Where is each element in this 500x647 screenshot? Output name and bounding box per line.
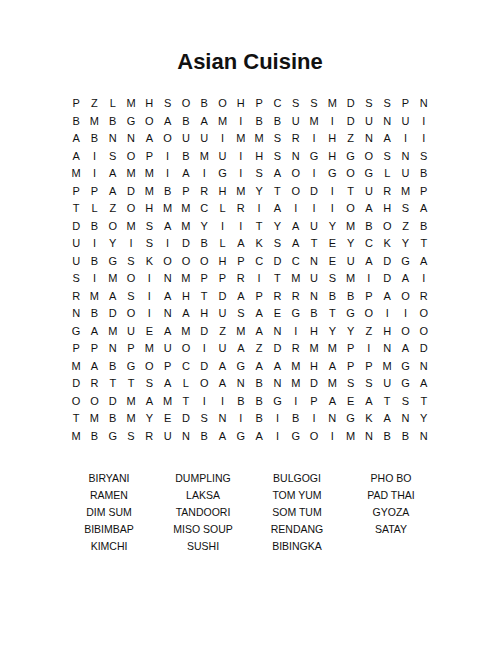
- grid-cell[interactable]: A: [323, 393, 341, 411]
- grid-cell[interactable]: G: [232, 428, 250, 446]
- grid-cell[interactable]: I: [396, 130, 414, 148]
- grid-cell[interactable]: E: [158, 410, 176, 428]
- grid-cell[interactable]: M: [213, 113, 231, 131]
- grid-cell[interactable]: O: [104, 218, 122, 236]
- grid-cell[interactable]: I: [158, 165, 176, 183]
- grid-cell[interactable]: A: [213, 358, 231, 376]
- grid-cell[interactable]: M: [177, 200, 195, 218]
- grid-cell[interactable]: H: [323, 130, 341, 148]
- grid-cell[interactable]: T: [250, 218, 268, 236]
- grid-cell[interactable]: L: [85, 200, 103, 218]
- grid-cell[interactable]: H: [195, 305, 213, 323]
- grid-cell[interactable]: O: [396, 288, 414, 306]
- grid-cell[interactable]: I: [287, 200, 305, 218]
- grid-cell[interactable]: H: [305, 358, 323, 376]
- grid-cell[interactable]: O: [122, 305, 140, 323]
- grid-cell[interactable]: I: [287, 323, 305, 341]
- grid-cell[interactable]: K: [250, 235, 268, 253]
- grid-cell[interactable]: B: [85, 253, 103, 271]
- grid-cell[interactable]: I: [140, 305, 158, 323]
- grid-cell[interactable]: B: [415, 218, 433, 236]
- grid-cell[interactable]: B: [250, 393, 268, 411]
- grid-cell[interactable]: M: [122, 218, 140, 236]
- grid-cell[interactable]: G: [341, 148, 359, 166]
- grid-cell[interactable]: U: [213, 148, 231, 166]
- grid-cell[interactable]: T: [195, 288, 213, 306]
- grid-cell[interactable]: H: [213, 183, 231, 201]
- grid-cell[interactable]: A: [250, 358, 268, 376]
- grid-cell[interactable]: N: [67, 305, 85, 323]
- grid-cell[interactable]: H: [378, 200, 396, 218]
- grid-cell[interactable]: M: [177, 270, 195, 288]
- grid-cell[interactable]: N: [378, 113, 396, 131]
- grid-cell[interactable]: O: [396, 323, 414, 341]
- grid-cell[interactable]: N: [305, 253, 323, 271]
- grid-cell[interactable]: T: [67, 200, 85, 218]
- grid-cell[interactable]: I: [158, 148, 176, 166]
- grid-cell[interactable]: S: [140, 218, 158, 236]
- grid-cell[interactable]: A: [158, 323, 176, 341]
- grid-cell[interactable]: S: [378, 148, 396, 166]
- grid-cell[interactable]: D: [305, 183, 323, 201]
- grid-cell[interactable]: U: [341, 253, 359, 271]
- grid-cell[interactable]: G: [213, 165, 231, 183]
- grid-cell[interactable]: D: [195, 358, 213, 376]
- grid-cell[interactable]: M: [158, 393, 176, 411]
- grid-cell[interactable]: T: [67, 410, 85, 428]
- grid-cell[interactable]: I: [323, 428, 341, 446]
- grid-cell[interactable]: N: [213, 410, 231, 428]
- grid-cell[interactable]: G: [122, 113, 140, 131]
- grid-cell[interactable]: G: [323, 165, 341, 183]
- grid-cell[interactable]: O: [122, 200, 140, 218]
- grid-cell[interactable]: P: [360, 358, 378, 376]
- grid-cell[interactable]: B: [195, 235, 213, 253]
- grid-cell[interactable]: A: [378, 130, 396, 148]
- grid-cell[interactable]: M: [287, 270, 305, 288]
- grid-cell[interactable]: Y: [195, 218, 213, 236]
- grid-cell[interactable]: K: [140, 253, 158, 271]
- grid-cell[interactable]: H: [177, 288, 195, 306]
- grid-cell[interactable]: P: [341, 340, 359, 358]
- grid-cell[interactable]: N: [104, 340, 122, 358]
- grid-cell[interactable]: Z: [85, 95, 103, 113]
- grid-cell[interactable]: M: [140, 340, 158, 358]
- grid-cell[interactable]: O: [158, 130, 176, 148]
- grid-cell[interactable]: M: [140, 183, 158, 201]
- grid-cell[interactable]: A: [250, 428, 268, 446]
- grid-cell[interactable]: H: [378, 323, 396, 341]
- grid-cell[interactable]: S: [341, 375, 359, 393]
- grid-cell[interactable]: H: [232, 95, 250, 113]
- grid-cell[interactable]: N: [122, 130, 140, 148]
- grid-cell[interactable]: Z: [341, 130, 359, 148]
- grid-cell[interactable]: A: [158, 288, 176, 306]
- grid-cell[interactable]: R: [415, 288, 433, 306]
- grid-cell[interactable]: P: [177, 183, 195, 201]
- grid-cell[interactable]: A: [268, 165, 286, 183]
- grid-cell[interactable]: A: [213, 375, 231, 393]
- grid-cell[interactable]: A: [158, 113, 176, 131]
- grid-cell[interactable]: M: [396, 183, 414, 201]
- grid-cell[interactable]: D: [268, 340, 286, 358]
- grid-cell[interactable]: B: [67, 113, 85, 131]
- grid-cell[interactable]: A: [232, 288, 250, 306]
- grid-cell[interactable]: D: [341, 95, 359, 113]
- grid-cell[interactable]: O: [177, 340, 195, 358]
- grid-cell[interactable]: N: [104, 130, 122, 148]
- grid-cell[interactable]: B: [250, 375, 268, 393]
- grid-cell[interactable]: S: [323, 270, 341, 288]
- grid-cell[interactable]: M: [232, 130, 250, 148]
- grid-cell[interactable]: S: [396, 200, 414, 218]
- grid-cell[interactable]: A: [104, 288, 122, 306]
- grid-cell[interactable]: B: [305, 305, 323, 323]
- grid-cell[interactable]: N: [360, 428, 378, 446]
- grid-cell[interactable]: L: [213, 200, 231, 218]
- grid-cell[interactable]: A: [287, 235, 305, 253]
- grid-cell[interactable]: I: [140, 288, 158, 306]
- grid-cell[interactable]: S: [232, 305, 250, 323]
- grid-cell[interactable]: B: [378, 428, 396, 446]
- grid-cell[interactable]: I: [250, 270, 268, 288]
- grid-cell[interactable]: N: [268, 323, 286, 341]
- grid-cell[interactable]: T: [415, 393, 433, 411]
- grid-cell[interactable]: U: [67, 253, 85, 271]
- grid-cell[interactable]: B: [85, 305, 103, 323]
- grid-cell[interactable]: O: [195, 375, 213, 393]
- grid-cell[interactable]: I: [195, 340, 213, 358]
- grid-cell[interactable]: M: [177, 323, 195, 341]
- grid-cell[interactable]: S: [305, 95, 323, 113]
- grid-cell[interactable]: P: [213, 270, 231, 288]
- grid-cell[interactable]: B: [360, 218, 378, 236]
- grid-cell[interactable]: K: [360, 410, 378, 428]
- grid-cell[interactable]: U: [177, 130, 195, 148]
- grid-cell[interactable]: B: [268, 113, 286, 131]
- grid-cell[interactable]: N: [396, 410, 414, 428]
- grid-cell[interactable]: I: [85, 148, 103, 166]
- grid-cell[interactable]: N: [415, 428, 433, 446]
- grid-cell[interactable]: B: [177, 113, 195, 131]
- grid-cell[interactable]: T: [378, 393, 396, 411]
- grid-cell[interactable]: T: [268, 270, 286, 288]
- grid-cell[interactable]: M: [67, 165, 85, 183]
- grid-cell[interactable]: Y: [396, 235, 414, 253]
- grid-cell[interactable]: B: [104, 113, 122, 131]
- grid-cell[interactable]: P: [158, 358, 176, 376]
- grid-cell[interactable]: P: [250, 95, 268, 113]
- grid-cell[interactable]: M: [250, 130, 268, 148]
- grid-cell[interactable]: O: [378, 218, 396, 236]
- grid-cell[interactable]: C: [268, 95, 286, 113]
- grid-cell[interactable]: T: [122, 375, 140, 393]
- grid-cell[interactable]: O: [213, 95, 231, 113]
- grid-cell[interactable]: Y: [341, 323, 359, 341]
- grid-cell[interactable]: I: [323, 113, 341, 131]
- grid-cell[interactable]: Y: [323, 323, 341, 341]
- grid-cell[interactable]: M: [287, 375, 305, 393]
- grid-cell[interactable]: M: [122, 95, 140, 113]
- grid-cell[interactable]: M: [323, 95, 341, 113]
- grid-cell[interactable]: G: [396, 253, 414, 271]
- grid-cell[interactable]: I: [85, 235, 103, 253]
- grid-cell[interactable]: S: [158, 95, 176, 113]
- grid-cell[interactable]: L: [378, 165, 396, 183]
- grid-cell[interactable]: S: [268, 130, 286, 148]
- grid-cell[interactable]: I: [213, 393, 231, 411]
- grid-cell[interactable]: O: [360, 148, 378, 166]
- grid-cell[interactable]: M: [85, 113, 103, 131]
- grid-cell[interactable]: M: [67, 358, 85, 376]
- grid-cell[interactable]: L: [177, 375, 195, 393]
- grid-cell[interactable]: Z: [250, 340, 268, 358]
- grid-cell[interactable]: O: [415, 305, 433, 323]
- grid-cell[interactable]: C: [177, 358, 195, 376]
- grid-cell[interactable]: S: [140, 235, 158, 253]
- grid-cell[interactable]: B: [104, 410, 122, 428]
- grid-cell[interactable]: P: [341, 358, 359, 376]
- grid-cell[interactable]: C: [287, 253, 305, 271]
- grid-cell[interactable]: N: [396, 148, 414, 166]
- grid-cell[interactable]: Z: [396, 218, 414, 236]
- grid-cell[interactable]: N: [158, 270, 176, 288]
- grid-cell[interactable]: Y: [250, 183, 268, 201]
- grid-cell[interactable]: U: [396, 113, 414, 131]
- grid-cell[interactable]: S: [250, 165, 268, 183]
- grid-cell[interactable]: B: [323, 288, 341, 306]
- grid-cell[interactable]: R: [287, 340, 305, 358]
- grid-cell[interactable]: Y: [104, 235, 122, 253]
- grid-cell[interactable]: S: [287, 95, 305, 113]
- grid-cell[interactable]: U: [305, 270, 323, 288]
- grid-cell[interactable]: B: [158, 183, 176, 201]
- grid-cell[interactable]: A: [360, 393, 378, 411]
- grid-cell[interactable]: R: [268, 288, 286, 306]
- grid-cell[interactable]: U: [158, 340, 176, 358]
- grid-cell[interactable]: I: [213, 130, 231, 148]
- grid-cell[interactable]: N: [232, 375, 250, 393]
- grid-cell[interactable]: M: [122, 165, 140, 183]
- grid-cell[interactable]: R: [67, 288, 85, 306]
- grid-cell[interactable]: O: [140, 113, 158, 131]
- grid-cell[interactable]: S: [122, 253, 140, 271]
- grid-cell[interactable]: M: [140, 165, 158, 183]
- grid-cell[interactable]: A: [396, 340, 414, 358]
- grid-cell[interactable]: N: [158, 305, 176, 323]
- grid-cell[interactable]: H: [305, 323, 323, 341]
- grid-cell[interactable]: A: [378, 288, 396, 306]
- grid-cell[interactable]: M: [104, 323, 122, 341]
- grid-cell[interactable]: S: [378, 95, 396, 113]
- grid-cell[interactable]: D: [67, 375, 85, 393]
- grid-cell[interactable]: N: [177, 428, 195, 446]
- grid-cell[interactable]: P: [67, 340, 85, 358]
- grid-cell[interactable]: S: [396, 393, 414, 411]
- grid-cell[interactable]: G: [122, 358, 140, 376]
- grid-cell[interactable]: N: [415, 358, 433, 376]
- grid-cell[interactable]: D: [104, 393, 122, 411]
- grid-cell[interactable]: T: [305, 235, 323, 253]
- grid-cell[interactable]: I: [195, 165, 213, 183]
- grid-cell[interactable]: M: [341, 428, 359, 446]
- grid-cell[interactable]: Z: [104, 200, 122, 218]
- grid-cell[interactable]: R: [287, 288, 305, 306]
- grid-cell[interactable]: U: [67, 235, 85, 253]
- grid-cell[interactable]: M: [85, 288, 103, 306]
- grid-cell[interactable]: E: [323, 253, 341, 271]
- grid-cell[interactable]: A: [360, 200, 378, 218]
- grid-cell[interactable]: I: [305, 165, 323, 183]
- grid-cell[interactable]: U: [195, 130, 213, 148]
- grid-cell[interactable]: B: [195, 428, 213, 446]
- grid-cell[interactable]: P: [67, 95, 85, 113]
- grid-cell[interactable]: N: [305, 288, 323, 306]
- grid-cell[interactable]: O: [140, 358, 158, 376]
- grid-cell[interactable]: D: [415, 340, 433, 358]
- grid-cell[interactable]: S: [104, 148, 122, 166]
- grid-cell[interactable]: D: [67, 218, 85, 236]
- grid-cell[interactable]: G: [232, 358, 250, 376]
- grid-cell[interactable]: G: [305, 148, 323, 166]
- grid-cell[interactable]: U: [360, 183, 378, 201]
- grid-cell[interactable]: G: [268, 393, 286, 411]
- grid-cell[interactable]: B: [177, 148, 195, 166]
- grid-cell[interactable]: A: [67, 130, 85, 148]
- grid-cell[interactable]: U: [287, 113, 305, 131]
- grid-cell[interactable]: M: [104, 270, 122, 288]
- grid-cell[interactable]: Y: [268, 218, 286, 236]
- grid-cell[interactable]: I: [378, 305, 396, 323]
- grid-cell[interactable]: O: [195, 253, 213, 271]
- grid-cell[interactable]: E: [323, 235, 341, 253]
- grid-cell[interactable]: A: [67, 148, 85, 166]
- grid-cell[interactable]: I: [85, 270, 103, 288]
- grid-cell[interactable]: S: [268, 148, 286, 166]
- grid-cell[interactable]: D: [213, 288, 231, 306]
- grid-cell[interactable]: H: [250, 148, 268, 166]
- grid-cell[interactable]: A: [177, 305, 195, 323]
- grid-cell[interactable]: A: [158, 218, 176, 236]
- grid-cell[interactable]: M: [341, 218, 359, 236]
- grid-cell[interactable]: O: [287, 183, 305, 201]
- grid-cell[interactable]: I: [360, 340, 378, 358]
- grid-cell[interactable]: A: [250, 305, 268, 323]
- grid-cell[interactable]: I: [232, 113, 250, 131]
- grid-cell[interactable]: I: [140, 270, 158, 288]
- grid-cell[interactable]: A: [140, 130, 158, 148]
- grid-cell[interactable]: L: [213, 235, 231, 253]
- grid-cell[interactable]: A: [140, 393, 158, 411]
- grid-cell[interactable]: I: [213, 218, 231, 236]
- grid-cell[interactable]: U: [213, 305, 231, 323]
- grid-cell[interactable]: A: [104, 183, 122, 201]
- grid-cell[interactable]: N: [323, 410, 341, 428]
- grid-cell[interactable]: G: [360, 165, 378, 183]
- grid-cell[interactable]: O: [67, 393, 85, 411]
- grid-cell[interactable]: I: [415, 130, 433, 148]
- grid-cell[interactable]: D: [268, 253, 286, 271]
- grid-cell[interactable]: I: [232, 218, 250, 236]
- grid-cell[interactable]: I: [232, 148, 250, 166]
- grid-cell[interactable]: M: [232, 323, 250, 341]
- grid-cell[interactable]: D: [305, 375, 323, 393]
- grid-cell[interactable]: O: [341, 200, 359, 218]
- grid-cell[interactable]: A: [213, 428, 231, 446]
- grid-cell[interactable]: D: [378, 270, 396, 288]
- grid-cell[interactable]: A: [268, 358, 286, 376]
- grid-cell[interactable]: O: [360, 305, 378, 323]
- grid-cell[interactable]: B: [85, 130, 103, 148]
- grid-cell[interactable]: U: [396, 165, 414, 183]
- grid-cell[interactable]: A: [177, 165, 195, 183]
- grid-cell[interactable]: G: [104, 253, 122, 271]
- grid-cell[interactable]: I: [305, 130, 323, 148]
- grid-cell[interactable]: O: [85, 393, 103, 411]
- grid-cell[interactable]: N: [415, 95, 433, 113]
- grid-cell[interactable]: G: [287, 428, 305, 446]
- grid-cell[interactable]: U: [305, 218, 323, 236]
- grid-cell[interactable]: I: [195, 393, 213, 411]
- grid-cell[interactable]: N: [287, 148, 305, 166]
- grid-cell[interactable]: B: [104, 358, 122, 376]
- grid-cell[interactable]: P: [85, 183, 103, 201]
- grid-cell[interactable]: P: [140, 148, 158, 166]
- grid-cell[interactable]: G: [341, 410, 359, 428]
- grid-cell[interactable]: Y: [140, 410, 158, 428]
- grid-cell[interactable]: I: [85, 165, 103, 183]
- grid-cell[interactable]: H: [140, 95, 158, 113]
- grid-cell[interactable]: D: [195, 323, 213, 341]
- grid-cell[interactable]: I: [250, 200, 268, 218]
- grid-cell[interactable]: U: [360, 113, 378, 131]
- grid-cell[interactable]: T: [415, 235, 433, 253]
- grid-cell[interactable]: O: [415, 323, 433, 341]
- grid-cell[interactable]: I: [268, 410, 286, 428]
- grid-cell[interactable]: R: [232, 270, 250, 288]
- grid-cell[interactable]: M: [232, 183, 250, 201]
- grid-cell[interactable]: T: [268, 183, 286, 201]
- grid-cell[interactable]: P: [305, 393, 323, 411]
- grid-cell[interactable]: O: [158, 253, 176, 271]
- grid-cell[interactable]: M: [341, 270, 359, 288]
- grid-cell[interactable]: T: [104, 375, 122, 393]
- grid-cell[interactable]: R: [232, 200, 250, 218]
- grid-cell[interactable]: I: [232, 410, 250, 428]
- grid-cell[interactable]: G: [396, 375, 414, 393]
- grid-cell[interactable]: E: [341, 393, 359, 411]
- grid-cell[interactable]: D: [341, 113, 359, 131]
- grid-cell[interactable]: Y: [341, 235, 359, 253]
- grid-cell[interactable]: B: [415, 165, 433, 183]
- grid-cell[interactable]: O: [177, 253, 195, 271]
- grid-cell[interactable]: Y: [415, 410, 433, 428]
- grid-cell[interactable]: U: [122, 323, 140, 341]
- grid-cell[interactable]: P: [122, 340, 140, 358]
- grid-cell[interactable]: R: [287, 130, 305, 148]
- grid-cell[interactable]: D: [122, 183, 140, 201]
- grid-cell[interactable]: P: [195, 270, 213, 288]
- grid-cell[interactable]: M: [323, 375, 341, 393]
- grid-cell[interactable]: S: [360, 375, 378, 393]
- grid-cell[interactable]: A: [232, 340, 250, 358]
- grid-cell[interactable]: A: [232, 235, 250, 253]
- grid-cell[interactable]: B: [85, 428, 103, 446]
- grid-cell[interactable]: O: [341, 165, 359, 183]
- grid-cell[interactable]: M: [378, 358, 396, 376]
- grid-cell[interactable]: I: [232, 165, 250, 183]
- grid-cell[interactable]: A: [195, 113, 213, 131]
